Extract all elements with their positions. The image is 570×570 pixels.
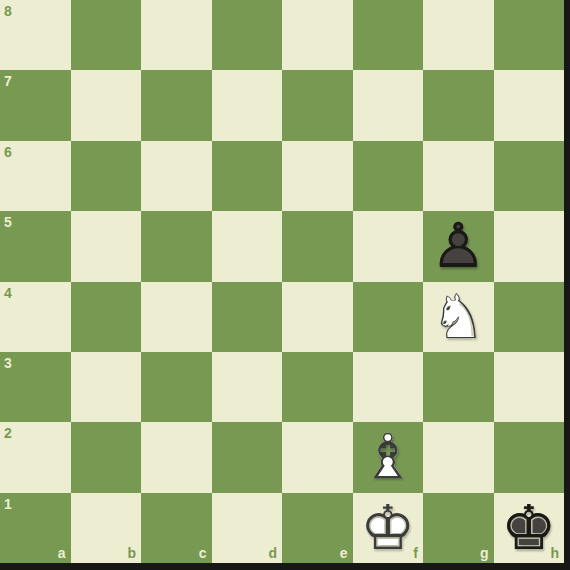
square-a7[interactable]: 7 [0,70,71,140]
square-c6[interactable] [141,141,212,211]
square-d6[interactable] [212,141,283,211]
square-a2[interactable]: 2 [0,422,71,492]
chessboard-page: 8765♟♙4♞♘32♝♗1abcdef♚♔gh♚♔ [0,0,570,570]
square-f7[interactable] [353,70,424,140]
chess-board: 8765♟♙4♞♘32♝♗1abcdef♚♔gh♚♔ [0,0,564,563]
rank-label-7: 7 [4,74,12,88]
square-b4[interactable] [71,282,142,352]
square-c3[interactable] [141,352,212,422]
white-bishop-outline: ♗ [353,422,424,492]
square-a6[interactable]: 6 [0,141,71,211]
square-e4[interactable] [282,282,353,352]
square-e7[interactable] [282,70,353,140]
square-c7[interactable] [141,70,212,140]
square-c5[interactable] [141,211,212,281]
file-label-b: b [127,546,136,560]
black-pawn-outline: ♙ [423,211,494,281]
square-d1[interactable]: d [212,493,283,563]
black-king-outline: ♔ [494,493,565,563]
square-g5[interactable]: ♟♙ [423,211,494,281]
square-d4[interactable] [212,282,283,352]
square-d2[interactable] [212,422,283,492]
square-f6[interactable] [353,141,424,211]
square-f4[interactable] [353,282,424,352]
square-g1[interactable]: g [423,493,494,563]
square-e5[interactable] [282,211,353,281]
rank-label-2: 2 [4,426,12,440]
square-d3[interactable] [212,352,283,422]
square-d7[interactable] [212,70,283,140]
square-h4[interactable] [494,282,565,352]
square-f5[interactable] [353,211,424,281]
piece-white-knight[interactable]: ♞♘ [423,282,494,352]
white-king-outline: ♔ [353,493,424,563]
square-h7[interactable] [494,70,565,140]
square-g7[interactable] [423,70,494,140]
piece-black-king[interactable]: ♚♔ [494,493,565,563]
rank-label-8: 8 [4,4,12,18]
square-b3[interactable] [71,352,142,422]
square-h2[interactable] [494,422,565,492]
square-b8[interactable] [71,0,142,70]
file-label-c: c [199,546,207,560]
square-g2[interactable] [423,422,494,492]
square-a8[interactable]: 8 [0,0,71,70]
piece-white-bishop[interactable]: ♝♗ [353,422,424,492]
square-e1[interactable]: e [282,493,353,563]
square-c4[interactable] [141,282,212,352]
square-h6[interactable] [494,141,565,211]
square-a5[interactable]: 5 [0,211,71,281]
rank-label-4: 4 [4,286,12,300]
square-g4[interactable]: ♞♘ [423,282,494,352]
square-c8[interactable] [141,0,212,70]
white-knight-outline: ♘ [423,282,494,352]
square-f8[interactable] [353,0,424,70]
square-g8[interactable] [423,0,494,70]
square-b5[interactable] [71,211,142,281]
rank-label-6: 6 [4,145,12,159]
rank-label-5: 5 [4,215,12,229]
square-h8[interactable] [494,0,565,70]
square-f1[interactable]: f♚♔ [353,493,424,563]
square-a4[interactable]: 4 [0,282,71,352]
square-b1[interactable]: b [71,493,142,563]
square-e3[interactable] [282,352,353,422]
square-d8[interactable] [212,0,283,70]
square-f3[interactable] [353,352,424,422]
square-g3[interactable] [423,352,494,422]
square-b7[interactable] [71,70,142,140]
piece-black-pawn[interactable]: ♟♙ [423,211,494,281]
square-c1[interactable]: c [141,493,212,563]
square-b2[interactable] [71,422,142,492]
square-h5[interactable] [494,211,565,281]
square-a3[interactable]: 3 [0,352,71,422]
file-label-a: a [58,546,66,560]
rank-label-1: 1 [4,497,12,511]
square-a1[interactable]: 1a [0,493,71,563]
rank-label-3: 3 [4,356,12,370]
square-f2[interactable]: ♝♗ [353,422,424,492]
file-label-e: e [340,546,348,560]
square-d5[interactable] [212,211,283,281]
square-c2[interactable] [141,422,212,492]
file-label-d: d [268,546,277,560]
piece-white-king[interactable]: ♚♔ [353,493,424,563]
square-e2[interactable] [282,422,353,492]
square-h1[interactable]: h♚♔ [494,493,565,563]
square-e8[interactable] [282,0,353,70]
square-b6[interactable] [71,141,142,211]
square-e6[interactable] [282,141,353,211]
square-g6[interactable] [423,141,494,211]
square-h3[interactable] [494,352,565,422]
file-label-g: g [480,546,489,560]
